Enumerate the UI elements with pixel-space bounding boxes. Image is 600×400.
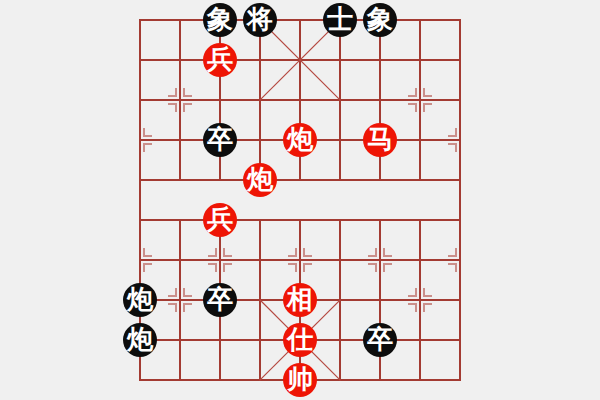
piece-red-elephant[interactable]: 相: [283, 283, 317, 317]
piece-red-soldier[interactable]: 兵: [203, 43, 237, 77]
piece-red-horse[interactable]: 马: [363, 123, 397, 157]
piece-glyph: 仕: [287, 323, 313, 357]
piece-glyph: 炮: [127, 323, 153, 357]
piece-glyph: 相: [287, 283, 313, 317]
piece-glyph: 象: [207, 3, 233, 37]
piece-glyph: 炮: [287, 123, 313, 157]
piece-red-cannon[interactable]: 炮: [243, 163, 277, 197]
piece-black-general[interactable]: 将: [243, 3, 277, 37]
xiangqi-diagram: 象将士象兵卒炮马炮兵炮卒相炮仕卒帅: [0, 0, 600, 400]
piece-glyph: 炮: [247, 163, 273, 197]
piece-glyph: 象: [367, 3, 393, 37]
piece-black-elephant[interactable]: 象: [363, 3, 397, 37]
piece-black-soldier[interactable]: 卒: [363, 323, 397, 357]
piece-red-soldier[interactable]: 兵: [203, 203, 237, 237]
piece-red-general[interactable]: 帅: [283, 363, 317, 397]
piece-glyph: 兵: [207, 43, 233, 77]
piece-black-soldier[interactable]: 卒: [203, 283, 237, 317]
piece-black-cannon[interactable]: 炮: [123, 323, 157, 357]
piece-black-cannon[interactable]: 炮: [123, 283, 157, 317]
piece-glyph: 马: [367, 123, 393, 157]
piece-red-cannon[interactable]: 炮: [283, 123, 317, 157]
piece-glyph: 将: [247, 3, 273, 37]
piece-black-soldier[interactable]: 卒: [203, 123, 237, 157]
xiangqi-board: 象将士象兵卒炮马炮兵炮卒相炮仕卒帅: [120, 0, 480, 400]
piece-glyph: 帅: [287, 363, 313, 397]
piece-black-advisor[interactable]: 士: [323, 3, 357, 37]
piece-glyph: 卒: [207, 123, 233, 157]
piece-glyph: 卒: [367, 323, 393, 357]
piece-glyph: 炮: [127, 283, 153, 317]
piece-glyph: 士: [327, 3, 353, 37]
piece-red-advisor[interactable]: 仕: [283, 323, 317, 357]
piece-glyph: 卒: [207, 283, 233, 317]
piece-black-elephant[interactable]: 象: [203, 3, 237, 37]
piece-glyph: 兵: [207, 203, 233, 237]
